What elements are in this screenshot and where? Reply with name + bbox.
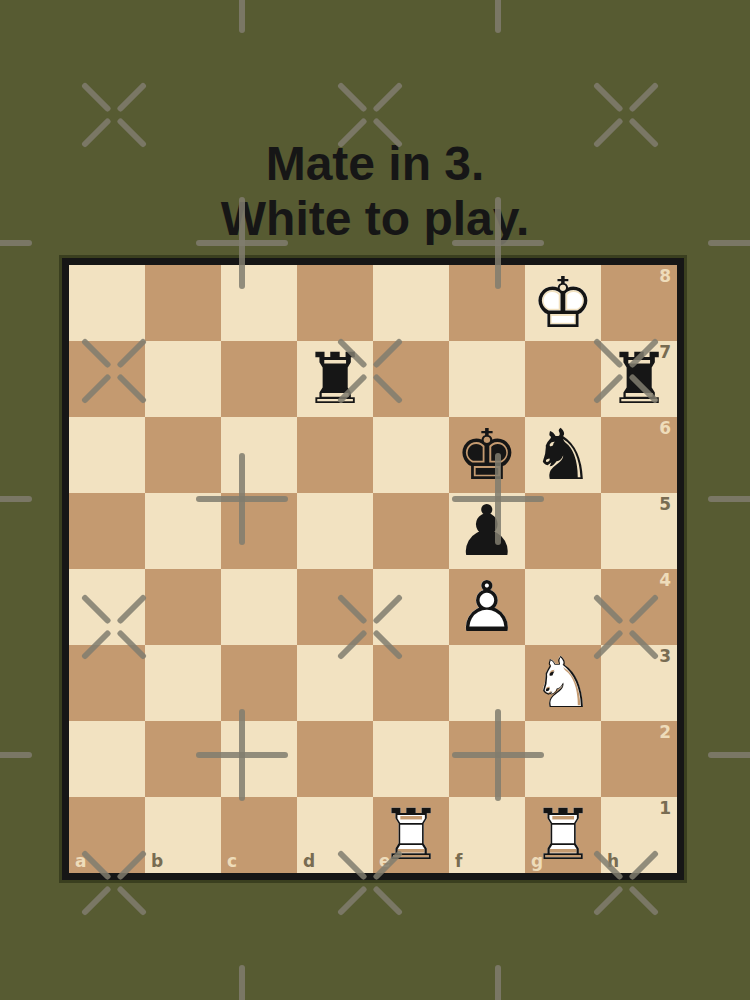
square-c4[interactable]	[221, 569, 297, 645]
square-e5[interactable]	[373, 493, 449, 569]
watermark-plus-icon	[708, 965, 750, 1000]
piece-white-pawn-f4[interactable]: ♟♙	[449, 569, 525, 645]
white-piece-outline: ♘	[532, 645, 595, 721]
square-h8[interactable]: 8	[601, 265, 677, 341]
piece-white-rook-g1[interactable]: ♜♖	[525, 797, 601, 873]
square-f6[interactable]: ♚	[449, 417, 525, 493]
square-e3[interactable]	[373, 645, 449, 721]
square-a7[interactable]	[69, 341, 145, 417]
piece-white-rook-e1[interactable]: ♜♖	[373, 797, 449, 873]
square-d3[interactable]	[297, 645, 373, 721]
square-g6[interactable]: ♞	[525, 417, 601, 493]
white-piece-outline: ♖	[532, 797, 595, 873]
square-e6[interactable]	[373, 417, 449, 493]
black-piece-glyph: ♜	[304, 341, 367, 417]
file-label-a: a	[75, 853, 86, 870]
square-h7[interactable]: 7♜	[601, 341, 677, 417]
square-h2[interactable]: 2	[601, 721, 677, 797]
title-line-1: Mate in 3.	[0, 136, 750, 191]
square-f4[interactable]: ♟♙	[449, 569, 525, 645]
square-e8[interactable]	[373, 265, 449, 341]
square-d6[interactable]	[297, 417, 373, 493]
square-c3[interactable]	[221, 645, 297, 721]
square-g8[interactable]: ♚♔	[525, 265, 601, 341]
black-piece-glyph: ♟	[456, 493, 519, 569]
chess-board: ♚♔8♜7♜♚♞6♟5♟♙4♞♘32abcde♜♖fg♜♖h1	[62, 258, 684, 880]
square-a8[interactable]	[69, 265, 145, 341]
square-f7[interactable]	[449, 341, 525, 417]
square-h3[interactable]: 3	[601, 645, 677, 721]
piece-black-rook-d7[interactable]: ♜	[297, 341, 373, 417]
watermark-plus-icon	[452, 965, 544, 1000]
square-e1[interactable]: e♜♖	[373, 797, 449, 873]
watermark-plus-icon	[708, 453, 750, 545]
watermark-plus-icon	[0, 965, 32, 1000]
black-piece-glyph: ♜	[608, 341, 671, 417]
square-f3[interactable]	[449, 645, 525, 721]
rank-label-5: 5	[659, 496, 671, 513]
rank-label-8: 8	[659, 268, 671, 285]
file-label-c: c	[227, 853, 237, 870]
square-d4[interactable]	[297, 569, 373, 645]
square-d2[interactable]	[297, 721, 373, 797]
square-b5[interactable]	[145, 493, 221, 569]
square-b7[interactable]	[145, 341, 221, 417]
square-a4[interactable]	[69, 569, 145, 645]
board-grid: ♚♔8♜7♜♚♞6♟5♟♙4♞♘32abcde♜♖fg♜♖h1	[69, 265, 677, 873]
title-line-2: White to play.	[0, 191, 750, 246]
square-f8[interactable]	[449, 265, 525, 341]
watermark-plus-icon	[708, 0, 750, 33]
watermark-plus-icon	[708, 709, 750, 801]
watermark-plus-icon	[452, 0, 544, 33]
square-a1[interactable]: a	[69, 797, 145, 873]
square-g3[interactable]: ♞♘	[525, 645, 601, 721]
square-e2[interactable]	[373, 721, 449, 797]
watermark-plus-icon	[0, 0, 32, 33]
white-piece-outline: ♔	[532, 265, 595, 341]
square-b4[interactable]	[145, 569, 221, 645]
rank-label-6: 6	[659, 420, 671, 437]
square-c2[interactable]	[221, 721, 297, 797]
file-label-d: d	[303, 853, 315, 870]
square-f1[interactable]: f	[449, 797, 525, 873]
square-b2[interactable]	[145, 721, 221, 797]
square-c6[interactable]	[221, 417, 297, 493]
square-a3[interactable]	[69, 645, 145, 721]
square-h4[interactable]: 4	[601, 569, 677, 645]
square-b1[interactable]: b	[145, 797, 221, 873]
square-g7[interactable]	[525, 341, 601, 417]
square-d7[interactable]: ♜	[297, 341, 373, 417]
watermark-plus-icon	[196, 0, 288, 33]
black-piece-glyph: ♞	[532, 417, 595, 493]
file-label-f: f	[455, 853, 462, 870]
square-g5[interactable]	[525, 493, 601, 569]
square-g2[interactable]	[525, 721, 601, 797]
square-f5[interactable]: ♟	[449, 493, 525, 569]
piece-black-king-f6[interactable]: ♚	[449, 417, 525, 493]
piece-black-rook-h7[interactable]: ♜	[601, 341, 677, 417]
square-d8[interactable]	[297, 265, 373, 341]
rank-label-4: 4	[659, 572, 671, 589]
square-c5[interactable]	[221, 493, 297, 569]
square-b3[interactable]	[145, 645, 221, 721]
square-e7[interactable]	[373, 341, 449, 417]
watermark-plus-icon	[196, 965, 288, 1000]
piece-black-knight-g6[interactable]: ♞	[525, 417, 601, 493]
square-c1[interactable]: c	[221, 797, 297, 873]
rank-label-3: 3	[659, 648, 671, 665]
square-a6[interactable]	[69, 417, 145, 493]
piece-white-knight-g3[interactable]: ♞♘	[525, 645, 601, 721]
square-b8[interactable]	[145, 265, 221, 341]
puzzle-title: Mate in 3. White to play.	[0, 136, 750, 246]
file-label-h: h	[607, 853, 619, 870]
white-piece-outline: ♙	[456, 569, 519, 645]
watermark-plus-icon	[0, 453, 32, 545]
square-f2[interactable]	[449, 721, 525, 797]
square-d5[interactable]	[297, 493, 373, 569]
piece-black-pawn-f5[interactable]: ♟	[449, 493, 525, 569]
rank-label-1: 1	[659, 800, 671, 817]
design-canvas: Mate in 3. White to play. ♚♔8♜7♜♚♞6♟5♟♙4…	[0, 0, 750, 1000]
square-a2[interactable]	[69, 721, 145, 797]
square-b6[interactable]	[145, 417, 221, 493]
square-c8[interactable]	[221, 265, 297, 341]
black-piece-glyph: ♚	[456, 417, 519, 493]
square-e4[interactable]	[373, 569, 449, 645]
square-g1[interactable]: g♜♖	[525, 797, 601, 873]
file-label-b: b	[151, 853, 163, 870]
square-h5[interactable]: 5	[601, 493, 677, 569]
square-a5[interactable]	[69, 493, 145, 569]
watermark-plus-icon	[0, 709, 32, 801]
white-piece-outline: ♖	[380, 797, 443, 873]
square-d1[interactable]: d	[297, 797, 373, 873]
piece-white-king-g8[interactable]: ♚♔	[525, 265, 601, 341]
square-g4[interactable]	[525, 569, 601, 645]
square-h6[interactable]: 6	[601, 417, 677, 493]
square-c7[interactable]	[221, 341, 297, 417]
rank-label-2: 2	[659, 724, 671, 741]
square-h1[interactable]: h1	[601, 797, 677, 873]
